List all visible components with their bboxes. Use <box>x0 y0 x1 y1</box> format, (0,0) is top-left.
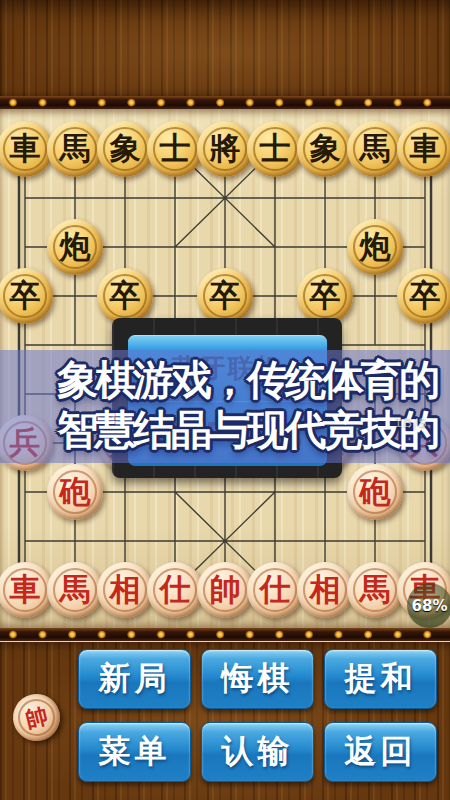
piece-glyph: 象 <box>110 133 141 164</box>
piece-red-仕[interactable]: 仕 <box>147 562 203 618</box>
piece-glyph: 卒 <box>110 280 141 311</box>
piece-glyph: 帥 <box>210 574 241 605</box>
wood-top-panel <box>0 0 450 96</box>
piece-glyph: 士 <box>160 133 191 164</box>
piece-glyph: 相 <box>110 574 141 605</box>
piece-glyph: 馬 <box>360 133 391 164</box>
network-speed-label: 1B/S <box>394 415 428 430</box>
piece-black-卒[interactable]: 卒 <box>0 268 53 324</box>
piece-red-相[interactable]: 相 <box>97 562 153 618</box>
offer-draw-button[interactable]: 提和 <box>324 649 437 709</box>
top-rivet-rail <box>0 96 450 109</box>
battery-percent-label: 68% <box>412 597 448 615</box>
resign-button[interactable]: 认输 <box>201 722 314 782</box>
piece-glyph: 馬 <box>60 133 91 164</box>
piece-black-車[interactable]: 車 <box>397 121 450 177</box>
piece-black-卒[interactable]: 卒 <box>97 268 153 324</box>
piece-black-將[interactable]: 將 <box>197 121 253 177</box>
menu-button[interactable]: 菜单 <box>78 722 191 782</box>
piece-black-卒[interactable]: 卒 <box>397 268 450 324</box>
piece-black-士[interactable]: 士 <box>247 121 303 177</box>
piece-glyph: 炮 <box>360 231 391 262</box>
banner-line-1: 象棋游戏，传统体育的 <box>57 355 450 405</box>
piece-black-炮[interactable]: 炮 <box>347 219 403 275</box>
piece-glyph: 士 <box>260 133 291 164</box>
bottom-rivet-rail <box>0 628 450 641</box>
game-screen: 車馬象士將士象馬車炮炮卒卒卒卒卒兵兵兵兵兵砲砲車馬相仕帥仕相馬車 帥 蓝牙联机 … <box>0 0 450 800</box>
piece-glyph: 馬 <box>360 574 391 605</box>
piece-black-卒[interactable]: 卒 <box>197 268 253 324</box>
piece-glyph: 仕 <box>260 574 291 605</box>
new-game-button[interactable]: 新局 <box>78 649 191 709</box>
piece-glyph: 仕 <box>160 574 191 605</box>
piece-red-仕[interactable]: 仕 <box>247 562 303 618</box>
piece-red-馬[interactable]: 馬 <box>347 562 403 618</box>
piece-glyph: 將 <box>210 133 241 164</box>
piece-red-砲[interactable]: 砲 <box>347 464 403 520</box>
piece-glyph: 卒 <box>10 280 41 311</box>
piece-red-相[interactable]: 相 <box>297 562 353 618</box>
decorative-piece-glyph: 帥 <box>22 700 51 734</box>
battery-badge: 68% <box>407 583 450 628</box>
piece-red-車[interactable]: 車 <box>0 562 53 618</box>
back-button[interactable]: 返回 <box>324 722 437 782</box>
piece-glyph: 炮 <box>60 231 91 262</box>
title-banner: 象棋游戏，传统体育的 智慧结晶与现代竞技的 <box>0 350 450 463</box>
piece-black-士[interactable]: 士 <box>147 121 203 177</box>
piece-black-馬[interactable]: 馬 <box>47 121 103 177</box>
piece-glyph: 車 <box>10 574 41 605</box>
piece-glyph: 砲 <box>60 476 91 507</box>
control-buttons: 新局 悔棋 提和 菜单 认输 返回 <box>78 649 437 782</box>
piece-glyph: 卒 <box>410 280 441 311</box>
piece-glyph: 卒 <box>210 280 241 311</box>
piece-red-馬[interactable]: 馬 <box>47 562 103 618</box>
piece-red-帥[interactable]: 帥 <box>197 562 253 618</box>
piece-black-車[interactable]: 車 <box>0 121 53 177</box>
undo-move-button[interactable]: 悔棋 <box>201 649 314 709</box>
banner-line-2: 智慧结晶与现代竞技的 <box>57 405 450 455</box>
piece-glyph: 象 <box>310 133 341 164</box>
piece-black-象[interactable]: 象 <box>97 121 153 177</box>
piece-glyph: 砲 <box>360 476 391 507</box>
piece-red-砲[interactable]: 砲 <box>47 464 103 520</box>
piece-glyph: 卒 <box>310 280 341 311</box>
piece-black-象[interactable]: 象 <box>297 121 353 177</box>
piece-black-馬[interactable]: 馬 <box>347 121 403 177</box>
piece-glyph: 相 <box>310 574 341 605</box>
piece-black-卒[interactable]: 卒 <box>297 268 353 324</box>
piece-glyph: 車 <box>410 133 441 164</box>
piece-glyph: 車 <box>10 133 41 164</box>
piece-black-炮[interactable]: 炮 <box>47 219 103 275</box>
piece-glyph: 馬 <box>60 574 91 605</box>
